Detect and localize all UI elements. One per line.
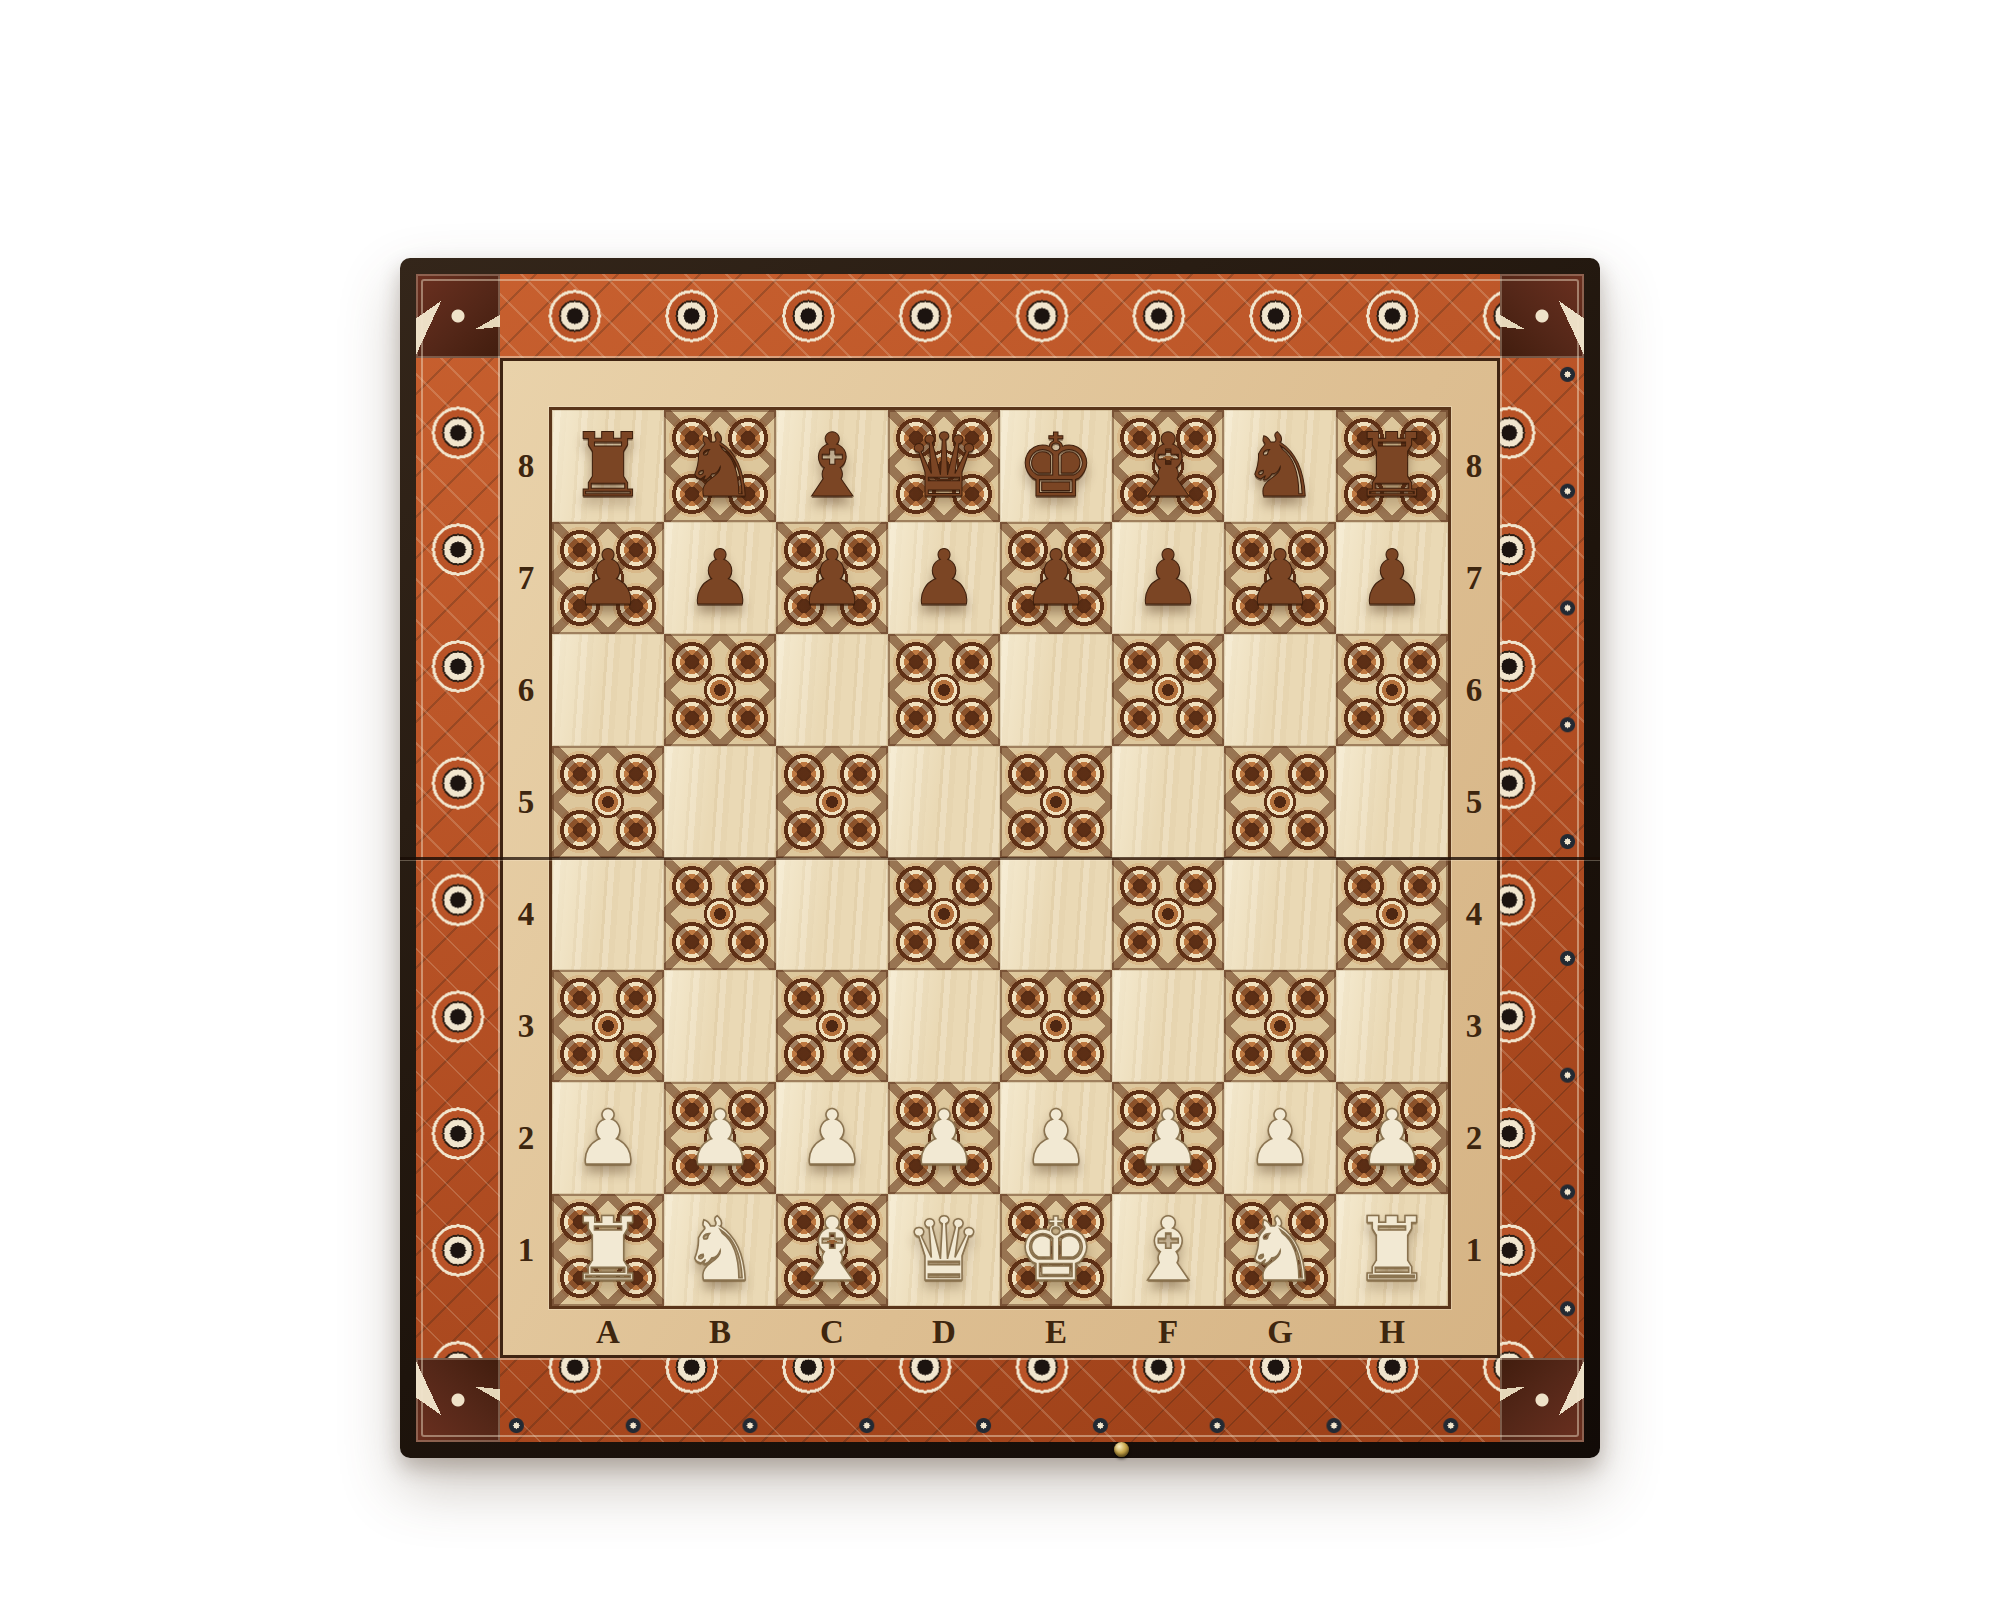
piece-black-pawn: ♟: [1022, 540, 1090, 616]
square-f6: [1112, 634, 1224, 746]
square-a4: [552, 858, 664, 970]
piece-white-pawn: ♟: [686, 1100, 754, 1176]
square-a1: ♜: [552, 1194, 664, 1306]
square-c7: ♟: [776, 522, 888, 634]
square-a6: [552, 634, 664, 746]
square-h3: [1336, 970, 1448, 1082]
piece-white-knight: ♞: [1241, 1206, 1320, 1294]
square-g3: [1224, 970, 1336, 1082]
piece-white-pawn: ♟: [1134, 1100, 1202, 1176]
square-e3: [1000, 970, 1112, 1082]
rank-label-left-2: 2: [505, 1082, 547, 1194]
square-e4: [1000, 858, 1112, 970]
square-d7: ♟: [888, 522, 1000, 634]
rank-label-left-4: 4: [505, 858, 547, 970]
piece-black-rook: ♜: [1353, 422, 1432, 510]
square-f7: ♟: [1112, 522, 1224, 634]
square-e1: ♚: [1000, 1194, 1112, 1306]
square-c4: [776, 858, 888, 970]
file-label-d: D: [888, 1311, 1000, 1353]
square-b5: [664, 746, 776, 858]
square-e8: ♚: [1000, 410, 1112, 522]
piece-white-pawn: ♟: [1358, 1100, 1426, 1176]
fold-seam: [400, 857, 1600, 860]
square-c2: ♟: [776, 1082, 888, 1194]
piece-white-queen: ♛: [905, 1206, 984, 1294]
square-d4: [888, 858, 1000, 970]
piece-black-pawn: ♟: [686, 540, 754, 616]
file-label-a: A: [552, 1311, 664, 1353]
mosaic-corner-bottom-right: [1500, 1358, 1584, 1442]
piece-black-pawn: ♟: [1134, 540, 1202, 616]
square-b3: [664, 970, 776, 1082]
square-b2: ♟: [664, 1082, 776, 1194]
piece-black-pawn: ♟: [1358, 540, 1426, 616]
square-f3: [1112, 970, 1224, 1082]
file-label-b: B: [664, 1311, 776, 1353]
square-g7: ♟: [1224, 522, 1336, 634]
square-c8: ♝: [776, 410, 888, 522]
square-b4: [664, 858, 776, 970]
piece-black-rook: ♜: [569, 422, 648, 510]
square-a3: [552, 970, 664, 1082]
square-e6: [1000, 634, 1112, 746]
rank-label-left-6: 6: [505, 634, 547, 746]
square-f4: [1112, 858, 1224, 970]
square-h5: [1336, 746, 1448, 858]
square-h1: ♜: [1336, 1194, 1448, 1306]
piece-black-bishop: ♝: [793, 422, 872, 510]
square-g2: ♟: [1224, 1082, 1336, 1194]
rank-label-right-3: 3: [1453, 970, 1495, 1082]
piece-black-queen: ♛: [905, 422, 984, 510]
piece-white-pawn: ♟: [798, 1100, 866, 1176]
square-d1: ♛: [888, 1194, 1000, 1306]
chess-board-box: ♜♞♝♛♚♝♞♜♟♟♟♟♟♟♟♟♟♟♟♟♟♟♟♟♜♞♝♛♚♝♞♜ ABCDEFG…: [400, 258, 1600, 1458]
square-c5: [776, 746, 888, 858]
rank-label-right-8: 8: [1453, 410, 1495, 522]
square-d2: ♟: [888, 1082, 1000, 1194]
rank-label-left-7: 7: [505, 522, 547, 634]
square-h4: [1336, 858, 1448, 970]
square-d8: ♛: [888, 410, 1000, 522]
photo-background: ♜♞♝♛♚♝♞♜♟♟♟♟♟♟♟♟♟♟♟♟♟♟♟♟♜♞♝♛♚♝♞♜ ABCDEFG…: [0, 0, 2000, 1621]
square-a8: ♜: [552, 410, 664, 522]
square-b6: [664, 634, 776, 746]
piece-white-knight: ♞: [681, 1206, 760, 1294]
square-e7: ♟: [1000, 522, 1112, 634]
piece-white-rook: ♜: [1353, 1206, 1432, 1294]
square-h6: [1336, 634, 1448, 746]
square-c3: [776, 970, 888, 1082]
file-label-c: C: [776, 1311, 888, 1353]
piece-white-bishop: ♝: [1129, 1206, 1208, 1294]
piece-white-pawn: ♟: [1246, 1100, 1314, 1176]
file-labels: ABCDEFGH: [552, 1311, 1448, 1353]
square-b1: ♞: [664, 1194, 776, 1306]
rank-label-right-1: 1: [1453, 1194, 1495, 1306]
square-b7: ♟: [664, 522, 776, 634]
rank-label-left-8: 8: [505, 410, 547, 522]
square-a7: ♟: [552, 522, 664, 634]
file-label-h: H: [1336, 1311, 1448, 1353]
file-label-f: F: [1112, 1311, 1224, 1353]
piece-white-pawn: ♟: [910, 1100, 978, 1176]
square-f5: [1112, 746, 1224, 858]
piece-white-pawn: ♟: [574, 1100, 642, 1176]
mosaic-border: ♜♞♝♛♚♝♞♜♟♟♟♟♟♟♟♟♟♟♟♟♟♟♟♟♜♞♝♛♚♝♞♜ ABCDEFG…: [416, 274, 1584, 1442]
square-a5: [552, 746, 664, 858]
square-d3: [888, 970, 1000, 1082]
latch-pin: [1114, 1442, 1129, 1457]
piece-black-knight: ♞: [681, 422, 760, 510]
square-c6: [776, 634, 888, 746]
square-g1: ♞: [1224, 1194, 1336, 1306]
square-d6: [888, 634, 1000, 746]
coordinate-frame: ♜♞♝♛♚♝♞♜♟♟♟♟♟♟♟♟♟♟♟♟♟♟♟♟♜♞♝♛♚♝♞♜ ABCDEFG…: [500, 358, 1500, 1358]
piece-black-knight: ♞: [1241, 422, 1320, 510]
rank-label-left-3: 3: [505, 970, 547, 1082]
rank-label-right-2: 2: [1453, 1082, 1495, 1194]
piece-black-pawn: ♟: [910, 540, 978, 616]
rank-label-right-7: 7: [1453, 522, 1495, 634]
square-h8: ♜: [1336, 410, 1448, 522]
square-g6: [1224, 634, 1336, 746]
file-label-g: G: [1224, 1311, 1336, 1353]
square-e2: ♟: [1000, 1082, 1112, 1194]
rank-label-right-4: 4: [1453, 858, 1495, 970]
rank-label-right-5: 5: [1453, 746, 1495, 858]
square-b8: ♞: [664, 410, 776, 522]
square-h7: ♟: [1336, 522, 1448, 634]
rank-label-left-5: 5: [505, 746, 547, 858]
square-g8: ♞: [1224, 410, 1336, 522]
mosaic-corner-top-right: [1500, 274, 1584, 358]
rank-label-left-1: 1: [505, 1194, 547, 1306]
file-label-e: E: [1000, 1311, 1112, 1353]
piece-white-king: ♚: [1017, 1206, 1096, 1294]
square-g5: [1224, 746, 1336, 858]
square-c1: ♝: [776, 1194, 888, 1306]
square-g4: [1224, 858, 1336, 970]
piece-black-pawn: ♟: [798, 540, 866, 616]
square-f1: ♝: [1112, 1194, 1224, 1306]
rank-label-right-6: 6: [1453, 634, 1495, 746]
square-f8: ♝: [1112, 410, 1224, 522]
square-h2: ♟: [1336, 1082, 1448, 1194]
piece-white-pawn: ♟: [1022, 1100, 1090, 1176]
mosaic-corner-bottom-left: [416, 1358, 500, 1442]
piece-white-bishop: ♝: [793, 1206, 872, 1294]
piece-black-bishop: ♝: [1129, 422, 1208, 510]
piece-black-king: ♚: [1017, 422, 1096, 510]
square-f2: ♟: [1112, 1082, 1224, 1194]
piece-black-pawn: ♟: [1246, 540, 1314, 616]
mosaic-corner-top-left: [416, 274, 500, 358]
piece-white-rook: ♜: [569, 1206, 648, 1294]
square-e5: [1000, 746, 1112, 858]
square-a2: ♟: [552, 1082, 664, 1194]
square-d5: [888, 746, 1000, 858]
piece-black-pawn: ♟: [574, 540, 642, 616]
